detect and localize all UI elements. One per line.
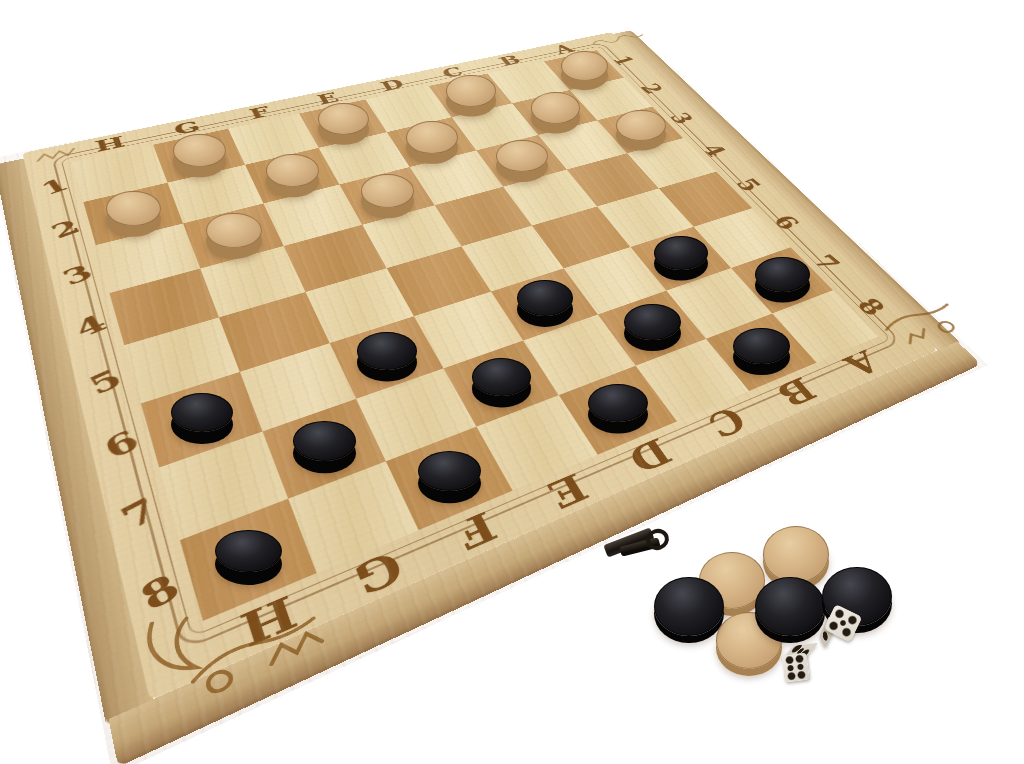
metal-clasp[interactable] bbox=[602, 528, 672, 564]
die-1[interactable] bbox=[821, 605, 865, 649]
spare-dark-checker-4[interactable] bbox=[654, 577, 724, 637]
white-checker-d2[interactable] bbox=[406, 121, 457, 154]
black-checker-e7[interactable] bbox=[472, 358, 532, 396]
black-checker-g7[interactable] bbox=[293, 421, 356, 461]
black-checker-a7[interactable] bbox=[755, 257, 810, 292]
white-checker-c1[interactable] bbox=[446, 75, 495, 106]
black-checker-f8[interactable] bbox=[418, 451, 481, 491]
black-checker-f6[interactable] bbox=[357, 332, 416, 370]
white-checker-h2[interactable] bbox=[106, 191, 162, 226]
white-checker-e1[interactable] bbox=[318, 103, 369, 135]
white-checker-g1[interactable] bbox=[173, 134, 226, 168]
spare-light-checker-1[interactable] bbox=[763, 526, 829, 582]
white-checker-g3[interactable] bbox=[206, 213, 262, 248]
white-checker-b2[interactable] bbox=[531, 92, 581, 123]
spare-dark-checker-5[interactable] bbox=[755, 577, 825, 637]
die-2[interactable] bbox=[775, 641, 819, 685]
white-checker-c3[interactable] bbox=[496, 140, 548, 173]
black-checker-h8[interactable] bbox=[215, 530, 282, 572]
white-checker-a1[interactable] bbox=[561, 51, 609, 81]
product-photo: HGFEDCBA HGFEDCBA 12345678 12345678 bbox=[0, 0, 1024, 764]
white-checker-a3[interactable] bbox=[616, 110, 666, 142]
black-checker-h6[interactable] bbox=[171, 393, 233, 432]
black-checker-c7[interactable] bbox=[624, 304, 681, 340]
white-checker-e3[interactable] bbox=[361, 174, 415, 208]
